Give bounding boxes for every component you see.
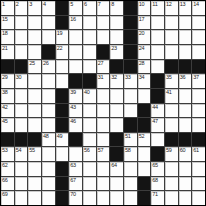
grid-cell[interactable] [28,162,41,176]
grid-cell[interactable]: 71 [151,191,164,205]
black-cell [56,104,69,118]
grid-cell[interactable] [15,89,28,103]
grid-cell[interactable] [192,30,205,44]
grid-cell[interactable] [165,45,178,59]
grid-cell[interactable] [56,60,69,74]
grid-cell[interactable]: 51 [124,133,137,147]
grid-cell[interactable]: 64 [110,162,123,176]
grid-cell[interactable] [179,16,192,30]
grid-cell[interactable]: 33 [124,74,137,88]
grid-cell[interactable] [165,177,178,191]
grid-cell[interactable]: 37 [192,74,205,88]
black-cell [110,133,123,147]
grid-cell[interactable] [179,30,192,44]
grid-cell[interactable] [56,147,69,161]
grid-cell[interactable] [179,104,192,118]
grid-cell[interactable] [83,45,96,59]
grid-cell[interactable]: 29 [1,74,14,88]
grid-cell[interactable] [42,162,55,176]
grid-cell[interactable] [28,89,41,103]
grid-cell[interactable] [42,191,55,205]
grid-cell[interactable]: 56 [83,147,96,161]
clue-number: 21 [2,45,8,51]
clue-number: 10 [139,1,145,7]
grid-cell[interactable] [69,60,82,74]
clue-number: 8 [111,1,114,7]
grid-cell[interactable]: 39 [69,89,82,103]
grid-cell[interactable] [83,177,96,191]
grid-cell[interactable]: 6 [83,1,96,15]
grid-cell[interactable]: 47 [151,118,164,132]
grid-cell[interactable] [124,89,137,103]
black-cell [56,1,69,15]
grid-cell[interactable]: 41 [165,89,178,103]
grid-cell[interactable]: 26 [42,60,55,74]
grid-cell[interactable]: 22 [56,45,69,59]
clue-number: 12 [166,1,172,7]
clue-number: 1 [2,1,5,7]
clue-number: 40 [84,89,90,95]
black-cell [138,118,151,132]
grid-cell[interactable]: 21 [1,45,14,59]
grid-cell[interactable] [165,16,178,30]
grid-cell[interactable]: 43 [69,104,82,118]
clue-number: 69 [2,191,8,197]
grid-cell[interactable]: 16 [69,16,82,30]
grid-cell[interactable] [124,162,137,176]
grid-cell[interactable] [83,16,96,30]
grid-cell[interactable] [42,104,55,118]
grid-cell[interactable] [42,118,55,132]
black-cell [56,177,69,191]
grid-cell[interactable]: 60 [179,147,192,161]
clue-number: 14 [193,1,199,7]
clue-number: 51 [125,133,131,139]
black-cell [165,60,178,74]
clue-number: 52 [139,133,145,139]
grid-cell[interactable] [192,177,205,191]
grid-cell[interactable] [192,104,205,118]
black-cell [138,104,151,118]
clue-number: 24 [139,45,145,51]
clue-number: 7 [98,1,101,7]
grid-cell[interactable] [124,191,137,205]
grid-cell[interactable]: 57 [97,147,110,161]
grid-cell[interactable] [192,191,205,205]
clue-number: 67 [70,177,76,183]
black-cell [110,60,123,74]
grid-cell[interactable]: 3 [28,1,41,15]
clue-number: 13 [180,1,186,7]
grid-cell[interactable] [15,30,28,44]
grid-cell[interactable]: 52 [138,133,151,147]
clue-number: 58 [125,147,131,153]
clue-number: 62 [2,162,8,168]
grid-cell[interactable] [138,89,151,103]
clue-number: 15 [2,16,8,22]
grid-cell[interactable]: 34 [138,74,151,88]
clue-number: 41 [166,89,172,95]
clue-number: 29 [2,74,8,80]
black-cell [56,89,69,103]
grid-cell[interactable] [192,16,205,30]
black-cell [151,147,164,161]
grid-cell[interactable]: 1 [1,1,14,15]
black-cell [69,133,82,147]
clue-number: 55 [29,147,35,153]
crossword-page: 1234567810111213141516171819202122232425… [0,0,206,206]
grid-cell[interactable]: 61 [192,147,205,161]
grid-cell[interactable] [42,16,55,30]
grid-cell[interactable] [83,118,96,132]
grid-cell[interactable]: 63 [69,162,82,176]
black-cell [69,74,82,88]
black-cell [56,16,69,30]
clue-number: 11 [152,1,157,7]
grid-cell[interactable] [56,74,69,88]
grid-cell[interactable]: 46 [69,118,82,132]
clue-number: 57 [98,147,104,153]
grid-cell[interactable] [124,104,137,118]
clue-number: 28 [139,60,145,66]
grid-cell[interactable] [69,45,82,59]
grid-cell[interactable] [97,104,110,118]
clue-number: 56 [84,147,90,153]
grid-cell[interactable] [15,16,28,30]
clue-number: 65 [152,162,158,168]
clue-number: 18 [2,30,8,36]
grid-cell[interactable]: 11 [151,1,164,15]
clue-number: 33 [125,74,131,80]
grid-cell[interactable] [97,16,110,30]
grid-cell[interactable]: 15 [1,16,14,30]
grid-cell[interactable] [42,89,55,103]
black-cell [192,60,205,74]
clue-number: 5 [70,1,73,7]
grid-cell[interactable]: 65 [151,162,164,176]
grid-cell[interactable] [28,74,41,88]
black-cell [192,133,205,147]
clue-number: 17 [139,16,145,22]
black-cell [97,45,110,59]
black-cell [1,60,14,74]
grid-cell[interactable] [42,30,55,44]
grid-cell[interactable]: 27 [97,60,110,74]
grid-cell[interactable]: 30 [15,74,28,88]
grid-cell[interactable] [110,89,123,103]
clue-number: 2 [16,1,19,7]
grid-cell[interactable] [83,133,96,147]
clue-number: 42 [2,104,8,110]
black-cell [1,133,14,147]
clue-number: 48 [43,133,49,139]
clue-number: 68 [152,177,158,183]
grid-cell[interactable] [28,118,41,132]
grid-cell[interactable] [192,45,205,59]
grid-cell[interactable] [151,45,164,59]
grid-cell[interactable]: 32 [110,74,123,88]
grid-cell[interactable] [179,45,192,59]
clue-number: 43 [70,104,76,110]
grid-cell[interactable] [15,191,28,205]
grid-cell[interactable]: 45 [1,118,14,132]
grid-cell[interactable]: 70 [69,191,82,205]
grid-cell[interactable]: 25 [28,60,41,74]
grid-cell[interactable] [83,104,96,118]
grid-cell[interactable] [97,177,110,191]
grid-cell[interactable] [69,147,82,161]
grid-cell[interactable]: 44 [151,104,164,118]
black-cell [124,118,137,132]
black-cell [179,133,192,147]
black-cell [179,60,192,74]
black-cell [56,191,69,205]
grid-cell[interactable]: 23 [110,45,123,59]
grid-cell[interactable] [83,30,96,44]
grid-cell[interactable] [151,30,164,44]
grid-cell[interactable]: 35 [165,74,178,88]
grid-cell[interactable]: 67 [69,177,82,191]
grid-cell[interactable] [151,16,164,30]
grid-cell[interactable] [69,30,82,44]
black-cell [56,118,69,132]
grid-cell[interactable]: 10 [138,1,151,15]
grid-cell[interactable]: 13 [179,1,192,15]
clue-number: 19 [57,30,63,36]
grid-cell[interactable] [15,162,28,176]
grid-cell[interactable] [28,30,41,44]
grid-cell[interactable]: 62 [1,162,14,176]
black-cell [124,16,137,30]
clue-number: 22 [57,45,63,51]
grid-cell[interactable] [192,162,205,176]
clue-number: 39 [70,89,76,95]
grid-cell[interactable] [110,118,123,132]
grid-cell[interactable] [97,162,110,176]
grid-cell[interactable] [83,162,96,176]
grid-cell[interactable] [179,89,192,103]
grid-cell[interactable] [28,191,41,205]
grid-cell[interactable]: 20 [138,30,151,44]
grid-cell[interactable] [179,191,192,205]
black-cell [151,89,164,103]
grid-cell[interactable] [97,191,110,205]
grid-cell[interactable] [42,177,55,191]
grid-cell[interactable]: 7 [97,1,110,15]
grid-cell[interactable]: 49 [56,133,69,147]
clue-number: 16 [70,16,76,22]
clue-number: 53 [2,147,8,153]
clue-number: 36 [180,74,186,80]
grid-cell[interactable] [179,118,192,132]
grid-cell[interactable]: 28 [138,60,151,74]
grid-cell[interactable] [97,89,110,103]
clue-number: 71 [152,191,158,197]
clue-number: 4 [43,1,46,7]
grid-cell[interactable] [110,16,123,30]
grid-cell[interactable] [165,30,178,44]
clue-number: 59 [166,147,172,153]
grid-cell[interactable] [165,191,178,205]
grid-cell[interactable] [124,177,137,191]
clue-number: 30 [16,74,22,80]
grid-cell[interactable]: 14 [192,1,205,15]
grid-cell[interactable]: 36 [179,74,192,88]
black-cell [124,30,137,44]
grid-cell[interactable] [42,74,55,88]
grid-cell[interactable] [165,104,178,118]
grid-cell[interactable]: 31 [97,74,110,88]
grid-cell[interactable] [138,147,151,161]
clue-number: 37 [193,74,199,80]
grid-cell[interactable]: 53 [1,147,14,161]
black-cell [83,74,96,88]
black-cell [28,133,41,147]
clue-number: 47 [152,118,158,124]
grid-cell[interactable]: 54 [15,147,28,161]
black-cell [138,177,151,191]
clue-number: 27 [98,60,104,66]
grid-cell[interactable]: 48 [42,133,55,147]
grid-cell[interactable]: 69 [1,191,14,205]
clue-number: 60 [180,147,186,153]
grid-cell[interactable] [97,133,110,147]
clue-number: 54 [16,147,22,153]
grid-cell[interactable] [28,16,41,30]
grid-cell[interactable]: 66 [1,177,14,191]
black-cell [151,74,164,88]
black-cell [15,133,28,147]
black-cell [124,45,137,59]
grid-cell[interactable] [97,118,110,132]
grid-cell[interactable] [110,191,123,205]
clue-number: 49 [57,133,63,139]
grid-cell[interactable] [28,104,41,118]
clue-number: 70 [70,191,76,197]
grid-cell[interactable] [42,147,55,161]
clue-number: 61 [193,147,199,153]
clue-number: 44 [152,104,158,110]
black-cell [165,133,178,147]
clue-number: 32 [111,74,117,80]
grid-cell[interactable]: 4 [42,1,55,15]
grid-cell[interactable] [179,177,192,191]
clue-number: 25 [29,60,35,66]
grid-cell[interactable]: 12 [165,1,178,15]
clue-number: 38 [2,89,8,95]
clue-number: 6 [84,1,87,7]
grid-cell[interactable]: 68 [151,177,164,191]
crossword-grid: 1234567810111213141516171819202122232425… [0,0,206,206]
grid-cell[interactable] [83,60,96,74]
grid-cell[interactable] [110,104,123,118]
grid-cell[interactable] [192,118,205,132]
clue-number: 45 [2,118,8,124]
clue-number: 26 [43,60,49,66]
grid-cell[interactable] [15,104,28,118]
grid-cell[interactable]: 42 [1,104,14,118]
black-cell [110,147,123,161]
grid-cell[interactable] [138,162,151,176]
grid-cell[interactable] [179,162,192,176]
grid-cell[interactable]: 5 [69,1,82,15]
clue-number: 20 [139,30,145,36]
grid-cell[interactable] [151,133,164,147]
grid-cell[interactable]: 40 [83,89,96,103]
black-cell [138,191,151,205]
clue-number: 64 [111,162,117,168]
grid-cell[interactable] [165,118,178,132]
grid-cell[interactable]: 38 [1,89,14,103]
grid-cell[interactable] [15,118,28,132]
grid-cell[interactable] [110,177,123,191]
black-cell [15,60,28,74]
grid-cell[interactable]: 19 [56,30,69,44]
grid-cell[interactable]: 55 [28,147,41,161]
grid-cell[interactable]: 8 [110,1,123,15]
black-cell [56,162,69,176]
black-cell [42,45,55,59]
clue-number: 3 [29,1,32,7]
clue-number: 66 [2,177,8,183]
grid-cell[interactable] [28,177,41,191]
clue-number: 23 [111,45,117,51]
clue-number: 46 [70,118,76,124]
clue-number: 31 [98,74,104,80]
grid-cell[interactable] [28,45,41,59]
clue-number: 63 [70,162,76,168]
grid-cell[interactable]: 58 [124,147,137,161]
grid-cell[interactable] [83,191,96,205]
grid-cell[interactable] [151,60,164,74]
grid-cell[interactable] [110,30,123,44]
grid-cell[interactable] [97,30,110,44]
grid-cell[interactable]: 2 [15,1,28,15]
clue-number: 34 [139,74,145,80]
black-cell [124,60,137,74]
grid-cell[interactable]: 24 [138,45,151,59]
grid-cell[interactable] [15,45,28,59]
grid-cell[interactable] [15,177,28,191]
grid-cell[interactable]: 17 [138,16,151,30]
grid-cell[interactable]: 59 [165,147,178,161]
clue-number: 35 [166,74,172,80]
grid-cell[interactable]: 18 [1,30,14,44]
black-cell [124,1,137,15]
grid-cell[interactable] [192,89,205,103]
grid-cell[interactable] [165,162,178,176]
